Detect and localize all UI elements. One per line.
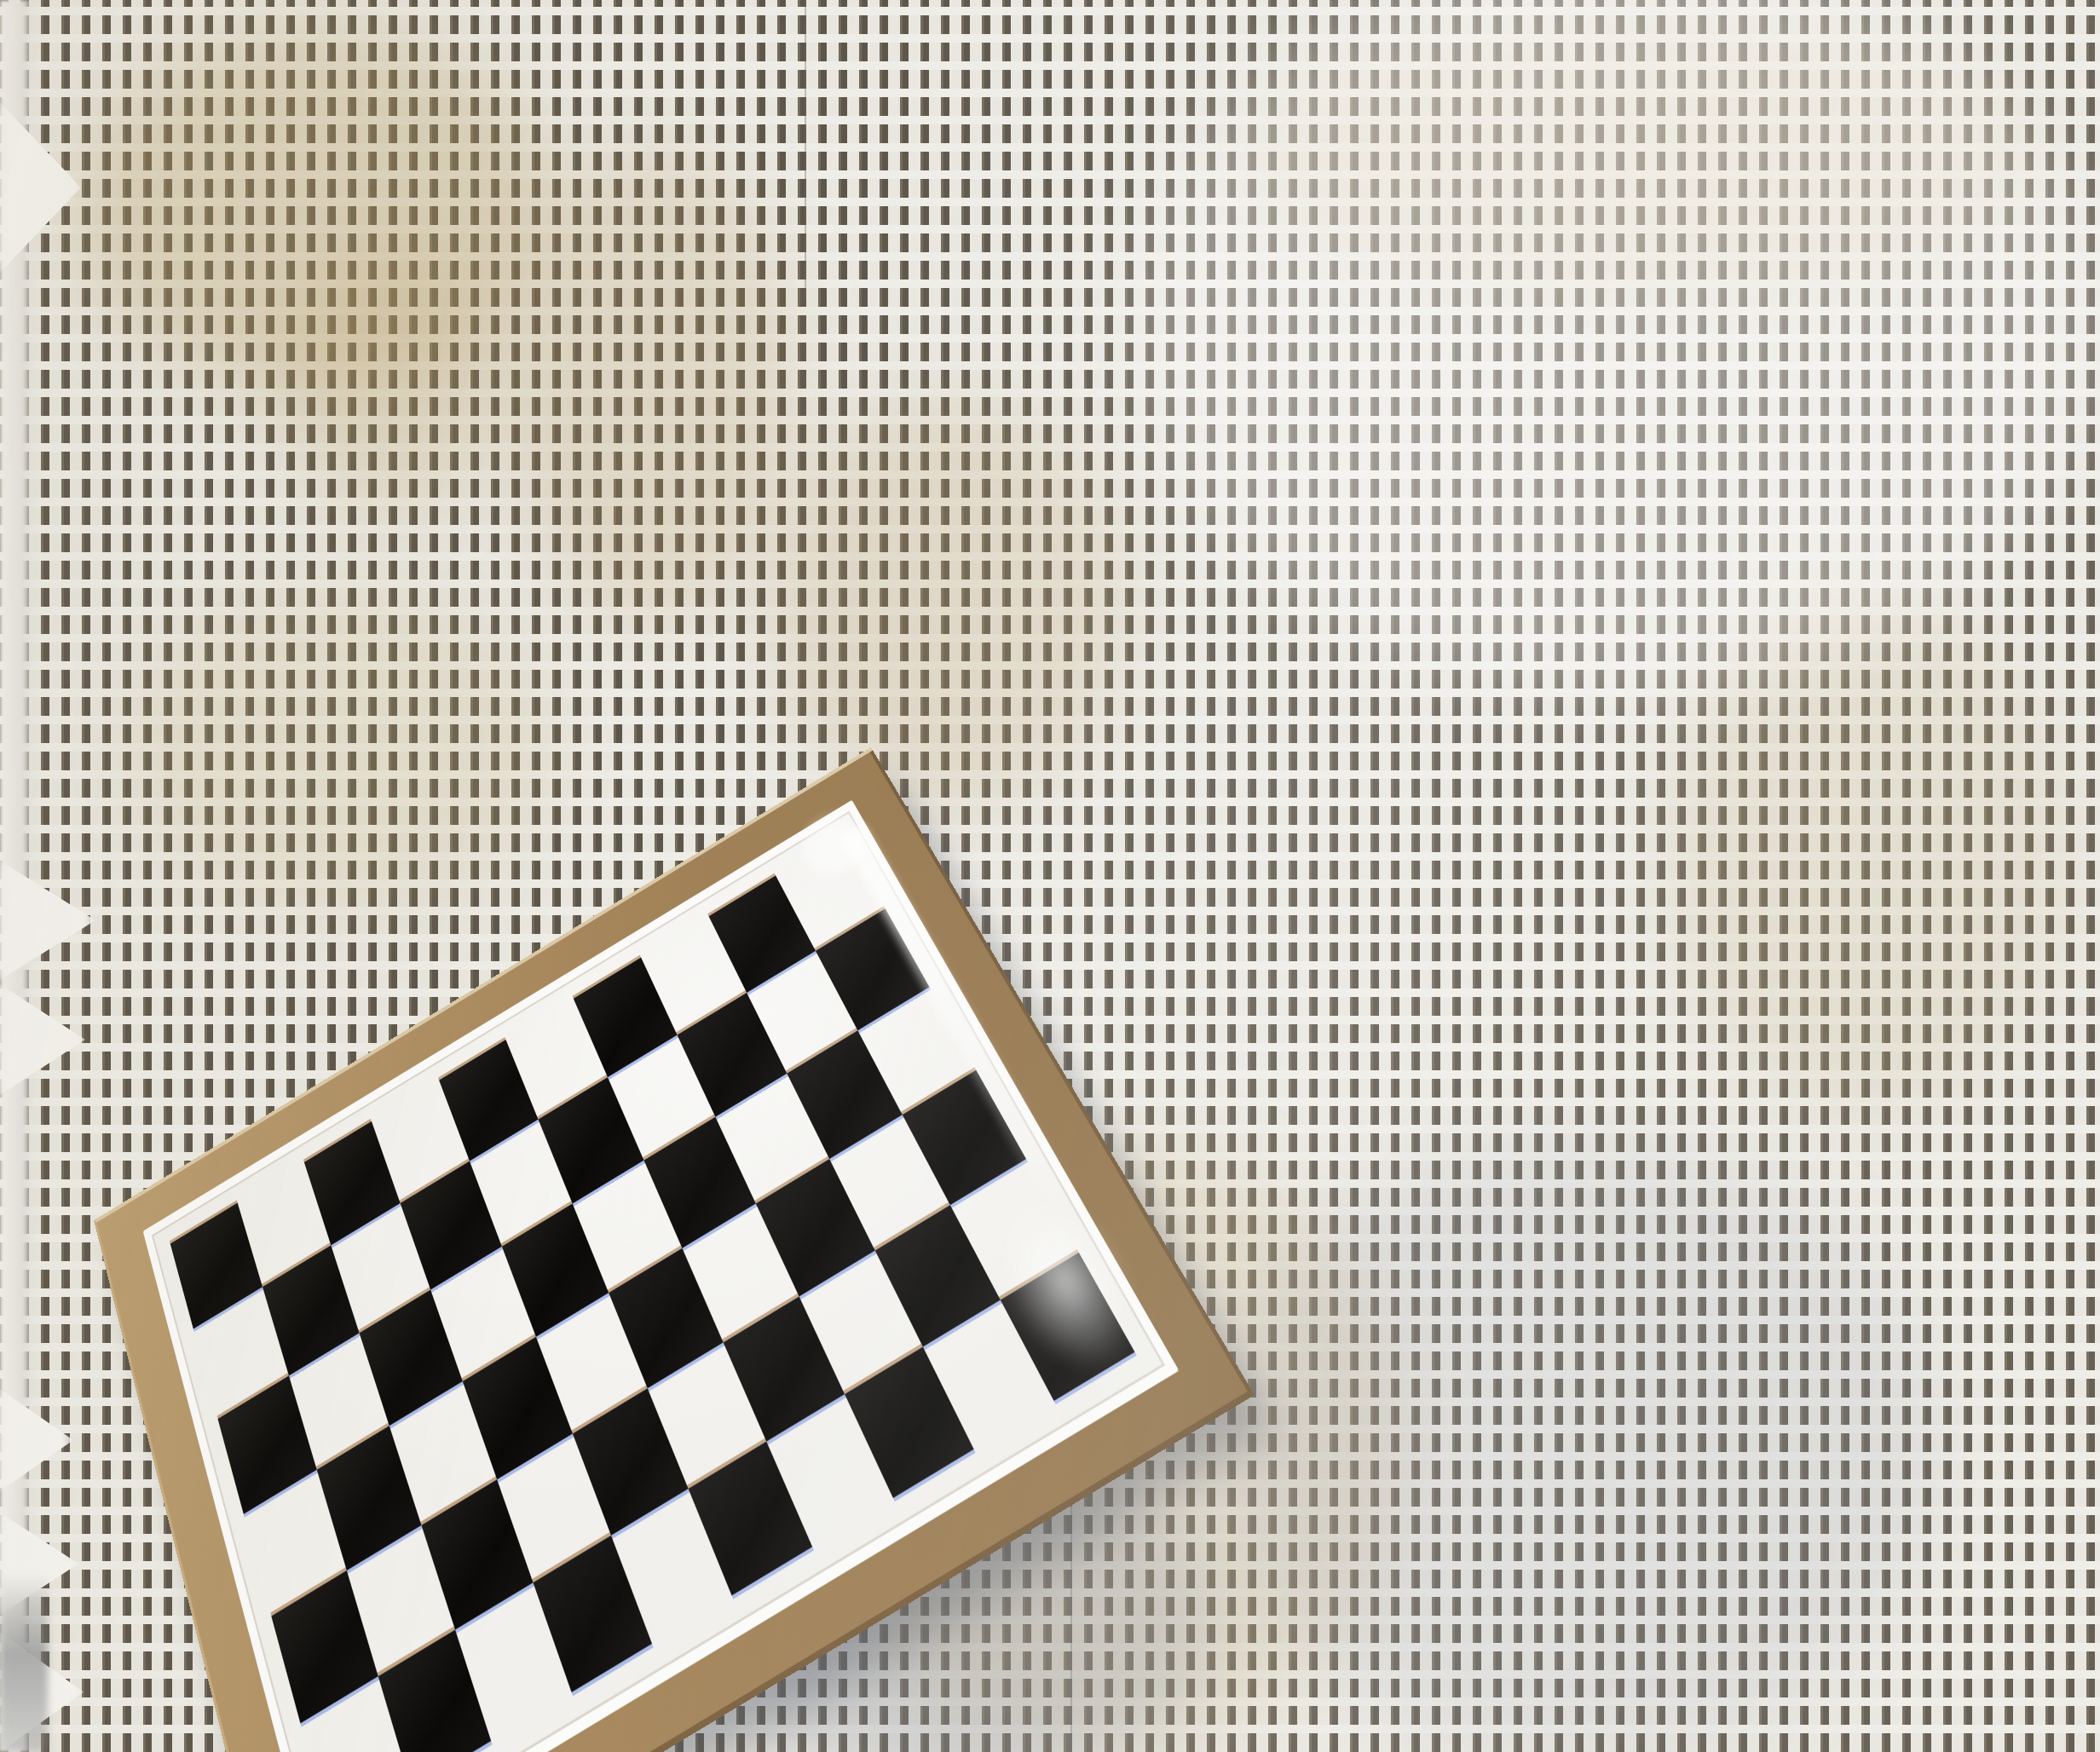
belt-seam — [805, 0, 806, 298]
bottom-left-shadow — [0, 1573, 48, 1752]
photo-scene — [0, 0, 2100, 1752]
